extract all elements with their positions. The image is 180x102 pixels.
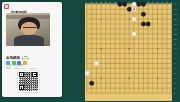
- board-background: [85, 4, 172, 102]
- column-label: G: [114, 1, 116, 4]
- row-label: 9: [174, 52, 176, 54]
- qr-finder-icon: [19, 85, 24, 90]
- column-label: R: [161, 1, 163, 4]
- row-label: 12: [174, 38, 177, 40]
- star-point: [129, 18, 130, 19]
- column-label: F: [110, 1, 112, 4]
- column-label: O: [147, 1, 149, 4]
- row-label: 17: [174, 13, 177, 15]
- row-label: 2: [174, 87, 176, 89]
- star-point: [157, 48, 158, 49]
- row-labels: 19181716151413121110987654321: [174, 3, 177, 94]
- row-label: 5: [174, 72, 176, 74]
- streamer-photo: [6, 13, 50, 46]
- column-label: A: [86, 1, 88, 4]
- column-label: E: [105, 1, 107, 4]
- stone-black-H19: [118, 2, 123, 7]
- row-label: 1: [174, 92, 176, 94]
- stone-white-L13: [132, 32, 137, 37]
- wechat-icon[interactable]: [12, 61, 16, 65]
- star-point: [100, 18, 101, 19]
- qr-finder-icon: [19, 72, 24, 77]
- stone-black-N15: [141, 22, 146, 27]
- stone-black-N19: [141, 2, 146, 7]
- person-glasses: [23, 27, 36, 29]
- column-label: Q: [157, 1, 159, 4]
- stone-white-C7: [94, 61, 99, 66]
- row-label: 10: [174, 47, 177, 49]
- row-label: 6: [174, 67, 176, 69]
- row-label: 13: [174, 33, 177, 35]
- column-label: C: [96, 1, 98, 4]
- stone-white-L16: [132, 17, 137, 22]
- star-point: [157, 18, 158, 19]
- last-move-marker: [133, 8, 135, 10]
- go-board-svg[interactable]: ABCDEFGHJKLMNOPQRST 19181716151413121110…: [85, 0, 180, 101]
- stone-black-J19: [122, 2, 127, 7]
- stone-black-B3: [89, 81, 94, 86]
- row-label: 18: [174, 8, 177, 10]
- row-label: 14: [174, 28, 177, 30]
- star-point: [100, 78, 101, 79]
- row-label: 16: [174, 18, 177, 20]
- info-card: 弈客围棋 本局棋谱（二） 主播：弈客围棋 时间：05-20 19:00－21:0…: [2, 2, 62, 97]
- star-point: [157, 78, 158, 79]
- star-point: [129, 78, 130, 79]
- stone-black-M19: [136, 2, 141, 7]
- stone-white-A5: [85, 71, 89, 76]
- stone-black-N17: [141, 12, 146, 17]
- qr-caption: 扫码下载 弈客围棋APP: [2, 95, 62, 102]
- column-label: K: [128, 1, 130, 4]
- weibo-icon[interactable]: [6, 61, 10, 65]
- row-label: 15: [174, 23, 177, 25]
- row-label: 4: [174, 77, 176, 79]
- row-label: 11: [174, 43, 177, 45]
- column-label: P: [152, 1, 154, 4]
- video-frame: 弈客围棋 本局棋谱（二） 主播：弈客围棋 时间：05-20 19:00－21:0…: [0, 0, 180, 101]
- row-label: 7: [174, 62, 176, 64]
- column-label: D: [100, 1, 102, 4]
- star-point: [100, 48, 101, 49]
- share-icon[interactable]: [23, 61, 27, 65]
- column-label: B: [91, 1, 93, 4]
- qq-icon[interactable]: [17, 61, 21, 65]
- row-label: 8: [174, 57, 176, 59]
- stone-black-O15: [146, 22, 151, 27]
- qr-finder-icon: [32, 72, 37, 77]
- stone-white-L19: [132, 2, 137, 7]
- star-point: [129, 48, 130, 49]
- row-label: 19: [174, 3, 177, 5]
- person-body: [14, 35, 44, 46]
- stone-black-K18: [127, 7, 132, 12]
- column-label: T: [171, 1, 173, 4]
- column-labels: ABCDEFGHJKLMNOPQRST: [86, 1, 173, 4]
- go-board[interactable]: ABCDEFGHJKLMNOPQRST 19181716151413121110…: [85, 0, 180, 101]
- social-icons-row: [6, 61, 27, 65]
- column-label: S: [166, 1, 168, 4]
- app-logo-icon: [4, 4, 9, 9]
- qr-code: [18, 71, 39, 92]
- row-label: 3: [174, 82, 176, 84]
